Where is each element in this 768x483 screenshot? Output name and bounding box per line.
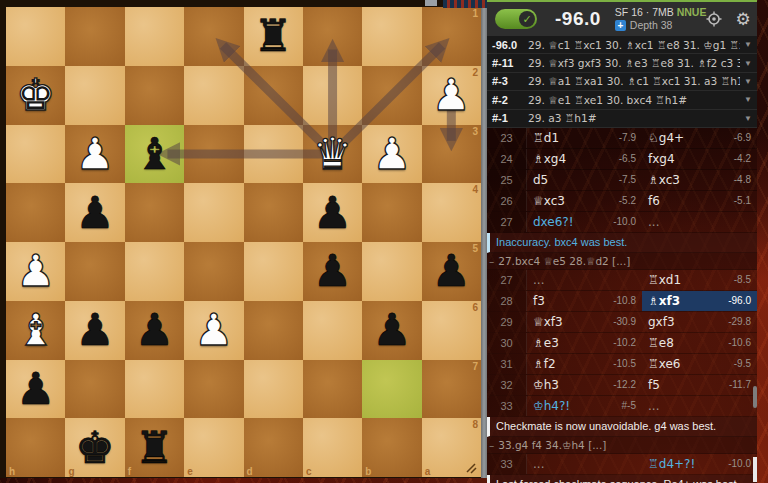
- toggle-knob: ✓: [519, 11, 535, 27]
- engine-depth: Depth 38: [630, 19, 673, 32]
- file-label-h: h: [9, 466, 15, 477]
- square-c5[interactable]: ♟: [303, 242, 362, 301]
- white-pawn[interactable]: ♟: [6, 242, 65, 301]
- square-f6[interactable]: ♟: [125, 301, 184, 360]
- square-h2[interactable]: ♚: [6, 66, 65, 125]
- square-b4[interactable]: [362, 183, 421, 242]
- white-bishop[interactable]: ♝: [6, 301, 65, 360]
- engine-line-2[interactable]: #-1129. ♕xf3 gxf3 30. ♗e3 ♖e8 31. ♗f2 c3…: [487, 54, 757, 72]
- move-eval: -10.6: [728, 337, 751, 348]
- square-e8[interactable]: e: [184, 418, 243, 477]
- engine-header: ✓ -96.0 SF 16 · 7MB NNUE + Depth 38: [487, 0, 757, 36]
- black-pawn[interactable]: ♟: [422, 242, 481, 301]
- window-fragment-gray: [425, 0, 437, 6]
- square-c2[interactable]: [303, 66, 362, 125]
- header-icons: ⚙: [706, 11, 750, 28]
- engine-line-3[interactable]: #-329. ♕a1 ♖xa1 30. ♗c1 ♖xc1 31. a3 ♖h1#…: [487, 73, 757, 91]
- square-d5[interactable]: [244, 242, 303, 301]
- file-label-c: c: [306, 466, 312, 477]
- square-c7[interactable]: [303, 360, 362, 419]
- variation-moves: 33.g4 f4 34.♔h4 [...]: [498, 439, 606, 451]
- move-number: 26: [487, 191, 527, 211]
- move-san: fxg4: [648, 152, 675, 166]
- move-number: 27: [487, 212, 527, 232]
- black-move[interactable]: ♖d4+?!-10.0: [642, 454, 757, 474]
- board: ♜1♚2♟♟♝♛♟3♟♟4♟♟5♟♝♟♟♟♟6♟7hg♚f♜edcb8a: [6, 7, 481, 477]
- square-g5[interactable]: [65, 242, 124, 301]
- movelist-scrollbar-thumb[interactable]: [753, 386, 757, 408]
- move-eval: -96.0: [728, 295, 751, 306]
- rank-label-6: 6: [472, 302, 478, 313]
- move-number: 29: [487, 312, 527, 332]
- move-row: 27...♖xd1-8.5: [487, 270, 757, 291]
- nnue-badge: NNUE: [677, 6, 707, 18]
- engine-toggle[interactable]: ✓: [495, 9, 537, 29]
- variation-connector: –: [489, 255, 494, 267]
- square-g6[interactable]: ♟: [65, 301, 124, 360]
- expand-line-caret-icon[interactable]: ▼: [744, 77, 752, 86]
- move-san: ♖xd1: [648, 273, 681, 287]
- line-moves: 29. ♕xf3 gxf3 30. ♗e3 ♖e8 31. ♗f2 c3 32.…: [528, 57, 740, 69]
- move-eval: -7.5: [619, 174, 636, 185]
- judgment-comment: Checkmate is now unavoidable. g4 was bes…: [487, 417, 757, 437]
- move-eval: -11.7: [729, 379, 751, 390]
- square-e2[interactable]: [184, 66, 243, 125]
- square-a5[interactable]: 5♟: [422, 242, 481, 301]
- move-san: ♔h4?!: [533, 399, 570, 413]
- target-crosshair-icon[interactable]: [706, 11, 722, 27]
- rank-label-3: 3: [472, 126, 478, 137]
- square-g8[interactable]: g♚: [65, 418, 124, 477]
- move-row: 26♕xc3-5.2f6-5.1: [487, 191, 757, 212]
- square-a6[interactable]: 6: [422, 301, 481, 360]
- square-a2[interactable]: 2♟: [422, 66, 481, 125]
- file-label-a: a: [425, 466, 431, 477]
- move-san: ...: [648, 215, 659, 229]
- judgment-comment: Inaccuracy. bxc4 was best.: [487, 233, 757, 253]
- black-move[interactable]: ♖xe6-9.5: [642, 354, 757, 374]
- black-bishop[interactable]: ♝: [125, 125, 184, 184]
- square-h6[interactable]: ♝: [6, 301, 65, 360]
- file-label-e: e: [187, 466, 193, 477]
- white-move[interactable]: ♕xc3-5.2: [527, 191, 642, 211]
- move-row: 24♗xg4-6.5fxg4-4.2: [487, 149, 757, 170]
- move-san: ♖e8: [648, 336, 674, 350]
- move-eval: #-5: [622, 400, 636, 411]
- black-pawn[interactable]: ♟: [303, 183, 362, 242]
- square-d3[interactable]: [244, 125, 303, 184]
- line-moves: 29. ♕a1 ♖xa1 30. ♗c1 ♖xc1 31. a3 ♖h1#: [528, 75, 740, 87]
- white-king[interactable]: ♚: [6, 66, 65, 125]
- black-move[interactable]: gxf3-29.8: [642, 312, 757, 332]
- move-san: d5: [533, 173, 548, 187]
- move-eval: -29.8: [728, 316, 751, 327]
- engine-line-4[interactable]: #-229. ♕e1 ♖xe1 30. bxc4 ♖h1#▼: [487, 91, 757, 109]
- white-move[interactable]: ♔h4?!#-5: [527, 396, 642, 416]
- move-number: 33: [487, 396, 527, 416]
- white-move[interactable]: ...: [527, 270, 642, 290]
- move-san: ♗f2: [533, 357, 556, 371]
- settings-gear-icon[interactable]: ⚙: [735, 11, 750, 28]
- move-san: ...: [648, 399, 659, 413]
- line-moves: 29. a3 ♖h1#: [528, 112, 740, 124]
- white-move[interactable]: ♖d1-7.9: [527, 128, 642, 148]
- black-pawn[interactable]: ♟: [362, 301, 421, 360]
- black-move[interactable]: ♖e8-10.6: [642, 333, 757, 353]
- black-move[interactable]: ♗xc3-4.8: [642, 170, 757, 190]
- engine-info: SF 16 · 7MB NNUE + Depth 38: [615, 6, 707, 32]
- line-moves: 29. ♕c1 ♖xc1 30. ♗xc1 ♖e8 31. ♔g1 ♖xe6 3…: [528, 39, 740, 51]
- move-eval: -9.5: [734, 358, 751, 369]
- square-d1[interactable]: ♜: [244, 7, 303, 66]
- move-san: f3: [533, 294, 545, 308]
- square-b5[interactable]: [362, 242, 421, 301]
- white-move[interactable]: d5-7.5: [527, 170, 642, 190]
- white-pawn[interactable]: ♟: [422, 66, 481, 125]
- move-row: 33...♖d4+?!-10.0: [487, 454, 757, 475]
- white-queen[interactable]: ♛: [303, 125, 362, 184]
- move-number: 24: [487, 149, 527, 169]
- square-b1[interactable]: [362, 7, 421, 66]
- line-eval: #-1: [492, 112, 528, 124]
- move-eval: -4.8: [734, 174, 751, 185]
- page-scrollbar-thumb[interactable]: [753, 457, 757, 482]
- square-h1[interactable]: [6, 7, 65, 66]
- move-eval: -7.9: [619, 132, 636, 143]
- square-g2[interactable]: [65, 66, 124, 125]
- square-a7[interactable]: 7: [422, 360, 481, 419]
- move-number: 28: [487, 291, 527, 311]
- square-d2[interactable]: [244, 66, 303, 125]
- variation-line[interactable]: –33.g4 f4 34.♔h4 [...]: [487, 437, 757, 454]
- square-d4[interactable]: [244, 183, 303, 242]
- file-label-d: d: [247, 466, 253, 477]
- black-move[interactable]: ...: [642, 396, 757, 416]
- black-move[interactable]: ♖xd1-8.5: [642, 270, 757, 290]
- move-san: gxf3: [648, 315, 675, 329]
- move-number: 31: [487, 354, 527, 374]
- window-fragment-navy: [443, 0, 487, 8]
- move-eval: -5.2: [619, 195, 636, 206]
- engine-line-1[interactable]: -96.029. ♕c1 ♖xc1 30. ♗xc1 ♖e8 31. ♔g1 ♖…: [487, 36, 757, 54]
- square-a1[interactable]: 1: [422, 7, 481, 66]
- move-number: 25: [487, 170, 527, 190]
- depth-plus-icon[interactable]: +: [615, 20, 626, 31]
- rank-label-4: 4: [472, 184, 478, 195]
- move-eval: -12.2: [613, 379, 636, 390]
- move-san: ♕xf3: [533, 315, 563, 329]
- move-number: 27: [487, 270, 527, 290]
- square-c3[interactable]: ♛: [303, 125, 362, 184]
- move-eval: -6.9: [734, 132, 751, 143]
- black-pawn[interactable]: ♟: [65, 183, 124, 242]
- move-eval: -5.1: [734, 195, 751, 206]
- square-b2[interactable]: [362, 66, 421, 125]
- move-san: ...: [533, 273, 544, 287]
- move-number: 32: [487, 375, 527, 395]
- move-row: 33♔h4?!#-5...: [487, 396, 757, 417]
- black-move[interactable]: ♗xf3-96.0: [642, 291, 757, 311]
- move-san: ♖d1: [533, 131, 559, 145]
- square-e6[interactable]: ♟: [184, 301, 243, 360]
- square-f1[interactable]: [125, 7, 184, 66]
- move-eval: -30.9: [613, 316, 636, 327]
- move-row: 28f3-10.8♗xf3-96.0: [487, 291, 757, 312]
- black-move[interactable]: f5-11.7: [642, 375, 757, 395]
- square-e4[interactable]: [184, 183, 243, 242]
- black-king[interactable]: ♚: [65, 418, 124, 477]
- square-b8[interactable]: b: [362, 418, 421, 477]
- square-c1[interactable]: [303, 7, 362, 66]
- expand-line-caret-icon[interactable]: ▼: [744, 40, 752, 49]
- square-f8[interactable]: f♜: [125, 418, 184, 477]
- white-move[interactable]: ♗f2-10.5: [527, 354, 642, 374]
- square-f2[interactable]: [125, 66, 184, 125]
- variation-line[interactable]: –27.bxc4 ♕e5 28.♕d2 [...]: [487, 253, 757, 270]
- white-move[interactable]: ♗xg4-6.5: [527, 149, 642, 169]
- move-san: ♖d4+?!: [648, 457, 695, 471]
- square-f3[interactable]: ♝: [125, 125, 184, 184]
- black-move[interactable]: ♘g4+-6.9: [642, 128, 757, 148]
- square-h4[interactable]: [6, 183, 65, 242]
- move-eval: -10.8: [613, 295, 636, 306]
- square-e5[interactable]: [184, 242, 243, 301]
- black-pawn[interactable]: ♟: [125, 301, 184, 360]
- square-b3[interactable]: ♟: [362, 125, 421, 184]
- square-d8[interactable]: d: [244, 418, 303, 477]
- file-label-b: b: [365, 466, 371, 477]
- line-eval: #-2: [492, 94, 528, 106]
- square-a3[interactable]: 3: [422, 125, 481, 184]
- square-f4[interactable]: [125, 183, 184, 242]
- square-g4[interactable]: ♟: [65, 183, 124, 242]
- white-move[interactable]: ...: [527, 454, 642, 474]
- move-san: f6: [648, 194, 660, 208]
- square-c8[interactable]: c: [303, 418, 362, 477]
- move-number: 33: [487, 454, 527, 474]
- move-eval: -10.0: [728, 458, 751, 469]
- white-move[interactable]: f3-10.8: [527, 291, 642, 311]
- expand-line-caret-icon[interactable]: ▼: [744, 114, 752, 123]
- black-pawn[interactable]: ♟: [6, 360, 65, 419]
- rank-label-7: 7: [472, 361, 478, 372]
- rank-label-8: 8: [472, 419, 478, 430]
- check-icon: ✓: [522, 14, 531, 25]
- square-f5[interactable]: [125, 242, 184, 301]
- square-e7[interactable]: [184, 360, 243, 419]
- variation-connector: –: [489, 439, 494, 451]
- move-row: 30♗e3-10.2♖e8-10.6: [487, 333, 757, 354]
- expand-line-caret-icon[interactable]: ▼: [744, 95, 752, 104]
- square-a4[interactable]: 4: [422, 183, 481, 242]
- move-san: ♗xc3: [648, 173, 680, 187]
- move-number: 30: [487, 333, 527, 353]
- black-move[interactable]: f6-5.1: [642, 191, 757, 211]
- engine-eval: -96.0: [555, 8, 601, 30]
- move-san: f5: [648, 378, 660, 392]
- square-b7[interactable]: [362, 360, 421, 419]
- engine-line-5[interactable]: #-129. a3 ♖h1#▼: [487, 110, 757, 128]
- move-san: ♗e3: [533, 336, 559, 350]
- move-eval: -10.2: [613, 337, 636, 348]
- square-f7[interactable]: [125, 360, 184, 419]
- move-row: 25d5-7.5♗xc3-4.8: [487, 170, 757, 191]
- square-h8[interactable]: h: [6, 418, 65, 477]
- move-san: ♖xe6: [648, 357, 681, 371]
- black-rook[interactable]: ♜: [125, 418, 184, 477]
- move-san: ♘g4+: [648, 131, 684, 145]
- black-pawn[interactable]: ♟: [303, 242, 362, 301]
- move-row: 23♖d1-7.9♘g4+-6.9: [487, 128, 757, 149]
- move-eval: -10.0: [613, 216, 636, 227]
- move-row: 29♕xf3-30.9gxf3-29.8: [487, 312, 757, 333]
- black-move[interactable]: ...: [642, 212, 757, 232]
- white-pawn[interactable]: ♟: [184, 301, 243, 360]
- move-san: ...: [533, 457, 544, 471]
- white-move[interactable]: dxe6?!-10.0: [527, 212, 642, 232]
- move-eval: -8.5: [734, 274, 751, 285]
- square-e1[interactable]: [184, 7, 243, 66]
- square-b6[interactable]: ♟: [362, 301, 421, 360]
- square-d7[interactable]: [244, 360, 303, 419]
- square-g7[interactable]: [65, 360, 124, 419]
- black-move[interactable]: fxg4-4.2: [642, 149, 757, 169]
- white-move[interactable]: ♕xf3-30.9: [527, 312, 642, 332]
- engine-lines: -96.029. ♕c1 ♖xc1 30. ♗xc1 ♖e8 31. ♔g1 ♖…: [487, 36, 757, 128]
- square-c4[interactable]: ♟: [303, 183, 362, 242]
- black-pawn[interactable]: ♟: [65, 301, 124, 360]
- white-move[interactable]: ♔h3-12.2: [527, 375, 642, 395]
- white-move[interactable]: ♗e3-10.2: [527, 333, 642, 353]
- black-rook[interactable]: ♜: [244, 7, 303, 66]
- square-h3[interactable]: [6, 125, 65, 184]
- square-h5[interactable]: ♟: [6, 242, 65, 301]
- move-eval: -6.5: [619, 153, 636, 164]
- square-h7[interactable]: ♟: [6, 360, 65, 419]
- move-san: dxe6?!: [533, 215, 574, 229]
- square-e3[interactable]: [184, 125, 243, 184]
- rank-label-1: 1: [472, 8, 478, 19]
- judgment-comment: Lost forced checkmate sequence. Re4+ was…: [487, 475, 757, 483]
- move-eval: -10.5: [613, 358, 636, 369]
- line-eval: #-3: [492, 75, 528, 87]
- white-pawn[interactable]: ♟: [65, 125, 124, 184]
- white-pawn[interactable]: ♟: [362, 125, 421, 184]
- square-g3[interactable]: ♟: [65, 125, 124, 184]
- variation-moves: 27.bxc4 ♕e5 28.♕d2 [...]: [498, 255, 630, 267]
- move-san: ♔h3: [533, 378, 559, 392]
- square-c6[interactable]: [303, 301, 362, 360]
- square-d6[interactable]: [244, 301, 303, 360]
- move-number: 23: [487, 128, 527, 148]
- move-san: ♗xg4: [533, 152, 566, 166]
- move-san: ♗xf3: [648, 294, 680, 308]
- line-moves: 29. ♕e1 ♖xe1 30. bxc4 ♖h1#: [528, 94, 740, 106]
- move-san: ♕xc3: [533, 194, 565, 208]
- expand-line-caret-icon[interactable]: ▼: [744, 59, 752, 68]
- move-row: 27dxe6?!-10.0...: [487, 212, 757, 233]
- line-eval: -96.0: [492, 39, 528, 51]
- line-eval: #-11: [492, 57, 528, 69]
- move-list: 23♖d1-7.9♘g4+-6.924♗xg4-6.5fxg4-4.225d5-…: [487, 128, 757, 483]
- move-eval: -4.2: [734, 153, 751, 164]
- board-resize-handle[interactable]: [464, 461, 477, 474]
- move-row: 32♔h3-12.2f5-11.7: [487, 375, 757, 396]
- move-row: 31♗f2-10.5♖xe6-9.5: [487, 354, 757, 375]
- square-g1[interactable]: [65, 7, 124, 66]
- analysis-panel: ✓ -96.0 SF 16 · 7MB NNUE + Depth 38: [487, 0, 757, 483]
- engine-name: SF 16 · 7MB: [615, 6, 674, 18]
- chess-board-area: ♜1♚2♟♟♝♛♟3♟♟4♟♟5♟♝♟♟♟♟6♟7hg♚f♜edcb8a: [0, 0, 481, 478]
